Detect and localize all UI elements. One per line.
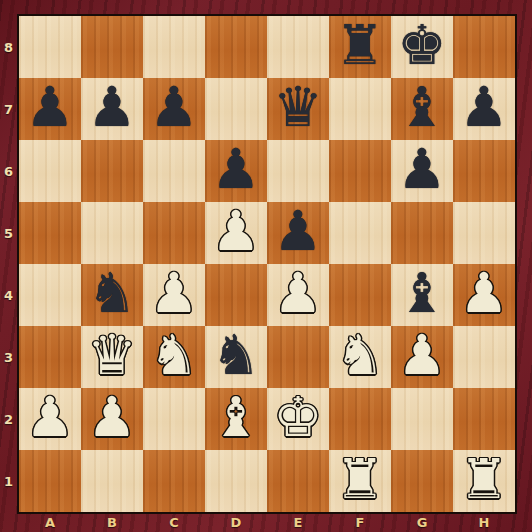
- rank-label-3: 3: [0, 326, 17, 388]
- square-f1[interactable]: ♜: [329, 450, 391, 512]
- square-b2[interactable]: ♟: [81, 388, 143, 450]
- file-label-c: C: [143, 513, 205, 532]
- square-a4[interactable]: [19, 264, 81, 326]
- square-d5[interactable]: ♟: [205, 202, 267, 264]
- square-e4[interactable]: ♟: [267, 264, 329, 326]
- black-knight[interactable]: ♞: [87, 262, 136, 324]
- square-c7[interactable]: ♟: [143, 78, 205, 140]
- square-d8[interactable]: [205, 16, 267, 78]
- white-king[interactable]: ♚: [273, 386, 322, 448]
- square-a1[interactable]: [19, 450, 81, 512]
- square-f6[interactable]: [329, 140, 391, 202]
- file-label-g: G: [391, 513, 453, 532]
- square-c2[interactable]: [143, 388, 205, 450]
- black-rook[interactable]: ♜: [335, 14, 384, 76]
- rank-label-2: 2: [0, 388, 17, 450]
- square-c3[interactable]: ♞: [143, 326, 205, 388]
- white-rook[interactable]: ♜: [335, 448, 384, 510]
- white-pawn[interactable]: ♟: [149, 262, 198, 324]
- square-g1[interactable]: [391, 450, 453, 512]
- square-h4[interactable]: ♟: [453, 264, 515, 326]
- square-g6[interactable]: ♟: [391, 140, 453, 202]
- black-pawn[interactable]: ♟: [211, 138, 260, 200]
- white-pawn[interactable]: ♟: [87, 386, 136, 448]
- square-c1[interactable]: [143, 450, 205, 512]
- rank-label-7: 7: [0, 78, 17, 140]
- rank-label-1: 1: [0, 450, 17, 512]
- square-d2[interactable]: ♝: [205, 388, 267, 450]
- white-pawn[interactable]: ♟: [459, 262, 508, 324]
- square-b3[interactable]: ♛: [81, 326, 143, 388]
- square-e1[interactable]: [267, 450, 329, 512]
- square-b8[interactable]: [81, 16, 143, 78]
- black-pawn[interactable]: ♟: [397, 138, 446, 200]
- square-g3[interactable]: ♟: [391, 326, 453, 388]
- black-queen[interactable]: ♛: [273, 76, 322, 138]
- black-king[interactable]: ♚: [397, 14, 446, 76]
- square-g4[interactable]: ♝: [391, 264, 453, 326]
- square-d4[interactable]: [205, 264, 267, 326]
- square-b5[interactable]: [81, 202, 143, 264]
- square-g8[interactable]: ♚: [391, 16, 453, 78]
- square-h6[interactable]: [453, 140, 515, 202]
- black-pawn[interactable]: ♟: [87, 76, 136, 138]
- square-f8[interactable]: ♜: [329, 16, 391, 78]
- white-knight[interactable]: ♞: [149, 324, 198, 386]
- black-pawn[interactable]: ♟: [273, 200, 322, 262]
- square-h3[interactable]: [453, 326, 515, 388]
- file-label-h: H: [453, 513, 515, 532]
- square-a3[interactable]: [19, 326, 81, 388]
- square-h2[interactable]: [453, 388, 515, 450]
- square-d3[interactable]: ♞: [205, 326, 267, 388]
- rank-label-4: 4: [0, 264, 17, 326]
- white-pawn[interactable]: ♟: [25, 386, 74, 448]
- square-d6[interactable]: ♟: [205, 140, 267, 202]
- square-a2[interactable]: ♟: [19, 388, 81, 450]
- square-a8[interactable]: [19, 16, 81, 78]
- square-h7[interactable]: ♟: [453, 78, 515, 140]
- square-f7[interactable]: [329, 78, 391, 140]
- square-e3[interactable]: [267, 326, 329, 388]
- file-label-a: A: [19, 513, 81, 532]
- white-bishop[interactable]: ♝: [211, 386, 260, 448]
- black-bishop[interactable]: ♝: [397, 76, 446, 138]
- square-g7[interactable]: ♝: [391, 78, 453, 140]
- square-e5[interactable]: ♟: [267, 202, 329, 264]
- square-g5[interactable]: [391, 202, 453, 264]
- white-queen[interactable]: ♛: [87, 324, 136, 386]
- square-b6[interactable]: [81, 140, 143, 202]
- square-f5[interactable]: [329, 202, 391, 264]
- square-d1[interactable]: [205, 450, 267, 512]
- square-d7[interactable]: [205, 78, 267, 140]
- square-h1[interactable]: ♜: [453, 450, 515, 512]
- square-e8[interactable]: [267, 16, 329, 78]
- square-a5[interactable]: [19, 202, 81, 264]
- square-a7[interactable]: ♟: [19, 78, 81, 140]
- file-label-e: E: [267, 513, 329, 532]
- square-a6[interactable]: [19, 140, 81, 202]
- black-pawn[interactable]: ♟: [149, 76, 198, 138]
- square-f2[interactable]: [329, 388, 391, 450]
- file-label-b: B: [81, 513, 143, 532]
- white-pawn[interactable]: ♟: [397, 324, 446, 386]
- square-g2[interactable]: [391, 388, 453, 450]
- square-c6[interactable]: [143, 140, 205, 202]
- square-c5[interactable]: [143, 202, 205, 264]
- white-knight[interactable]: ♞: [335, 324, 384, 386]
- rank-labels: 87654321: [0, 16, 17, 512]
- white-pawn[interactable]: ♟: [211, 200, 260, 262]
- black-knight[interactable]: ♞: [211, 324, 260, 386]
- square-h8[interactable]: [453, 16, 515, 78]
- file-label-d: D: [205, 513, 267, 532]
- square-e6[interactable]: [267, 140, 329, 202]
- square-e2[interactable]: ♚: [267, 388, 329, 450]
- square-h5[interactable]: [453, 202, 515, 264]
- board-outline: ♜♚♟♟♟♛♝♟♟♟♟♟♞♟♟♝♟♛♞♞♞♟♟♟♝♚♜♜: [17, 14, 517, 514]
- square-b1[interactable]: [81, 450, 143, 512]
- file-label-f: F: [329, 513, 391, 532]
- square-b7[interactable]: ♟: [81, 78, 143, 140]
- square-c4[interactable]: ♟: [143, 264, 205, 326]
- square-f4[interactable]: [329, 264, 391, 326]
- rank-label-8: 8: [0, 16, 17, 78]
- square-f3[interactable]: ♞: [329, 326, 391, 388]
- square-b4[interactable]: ♞: [81, 264, 143, 326]
- file-labels: ABCDEFGH: [19, 513, 515, 532]
- white-rook[interactable]: ♜: [459, 448, 508, 510]
- square-e7[interactable]: ♛: [267, 78, 329, 140]
- chess-board-frame: ♜♚♟♟♟♛♝♟♟♟♟♟♞♟♟♝♟♛♞♞♞♟♟♟♝♚♜♜ 87654321 AB…: [0, 0, 532, 532]
- white-pawn[interactable]: ♟: [273, 262, 322, 324]
- square-c8[interactable]: [143, 16, 205, 78]
- black-pawn[interactable]: ♟: [459, 76, 508, 138]
- rank-label-6: 6: [0, 140, 17, 202]
- black-bishop[interactable]: ♝: [397, 262, 446, 324]
- rank-label-5: 5: [0, 202, 17, 264]
- black-pawn[interactable]: ♟: [25, 76, 74, 138]
- board: ♜♚♟♟♟♛♝♟♟♟♟♟♞♟♟♝♟♛♞♞♞♟♟♟♝♚♜♜: [19, 16, 515, 512]
